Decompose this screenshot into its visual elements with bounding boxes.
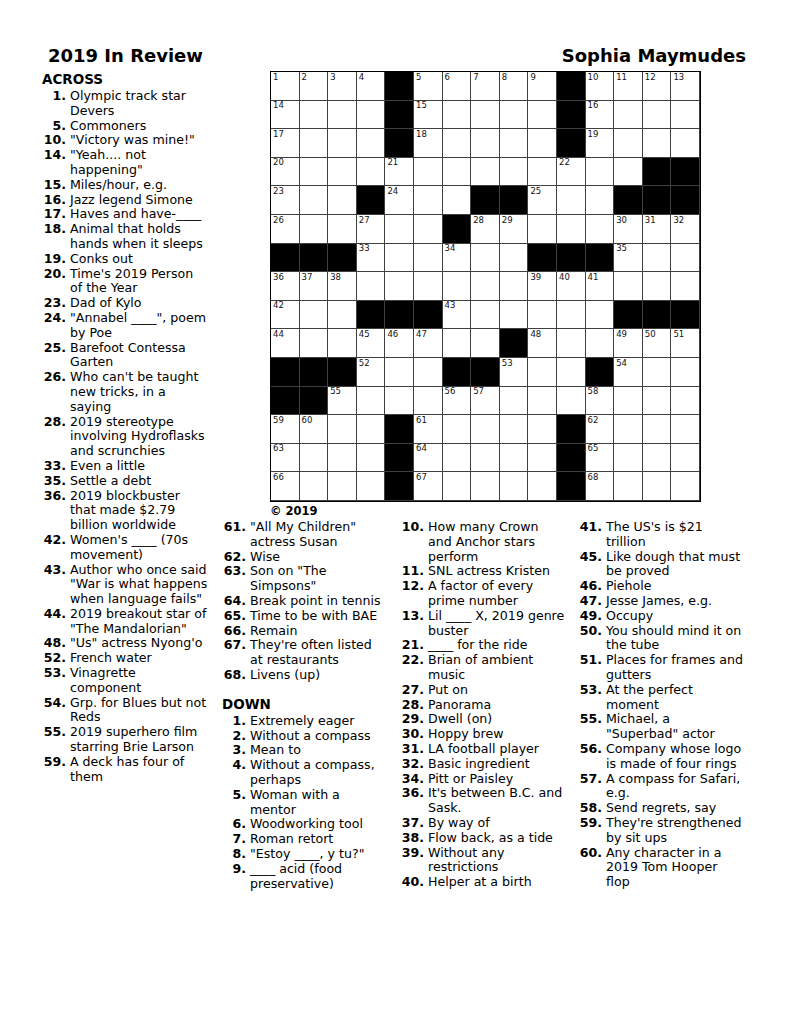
cell-number: 55: [330, 387, 341, 397]
grid-cell[interactable]: [414, 358, 443, 387]
grid-cell[interactable]: [586, 301, 615, 330]
grid-cell[interactable]: [471, 272, 500, 301]
grid-cell[interactable]: [357, 387, 386, 416]
grid-cell[interactable]: [614, 444, 643, 473]
cell-number: 58: [588, 387, 599, 397]
grid-cell[interactable]: [357, 101, 386, 130]
grid-cell[interactable]: [328, 186, 357, 215]
clue-text: It's between B.C. and Sask.: [428, 786, 566, 816]
grid-cell[interactable]: 68: [586, 472, 615, 501]
cell-number: 14: [273, 101, 284, 111]
clue-text: Settle a debt: [70, 474, 208, 489]
cell-number: 23: [273, 187, 284, 197]
clue-number: 55.: [578, 712, 606, 727]
clue-text: Without a compass: [250, 729, 388, 744]
grid-cell[interactable]: [300, 186, 329, 215]
across-clue-18: 18.Animal that holds hands when it sleep…: [42, 222, 212, 252]
cell-number: 48: [530, 330, 541, 340]
grid-cell[interactable]: 38: [328, 272, 357, 301]
cell-number: 11: [616, 73, 627, 83]
grid-cell[interactable]: [300, 215, 329, 244]
clue-list-spacer: [222, 683, 392, 696]
clue-text: Places for frames and gutters: [606, 653, 744, 683]
cell-number: 37: [302, 273, 313, 283]
grid-cell[interactable]: 62: [586, 415, 615, 444]
grid-cell[interactable]: [443, 472, 472, 501]
clue-text: They're strengthened by sit ups: [606, 816, 744, 846]
grid-cell[interactable]: 20: [271, 158, 300, 187]
clue-text: 2019 superhero film starring Brie Larson: [70, 725, 208, 755]
black-cell: [271, 244, 300, 273]
grid-cell[interactable]: [328, 129, 357, 158]
grid-cell[interactable]: 22: [557, 158, 586, 187]
grid-cell[interactable]: [414, 387, 443, 416]
black-cell: [357, 301, 386, 330]
clue-text: SNL actress Kristen: [428, 564, 566, 579]
grid-cell[interactable]: 41: [586, 272, 615, 301]
clue-number: 14.: [42, 148, 70, 163]
grid-cell[interactable]: [671, 415, 700, 444]
clue-text: Animal that holds hands when it sleeps: [70, 222, 208, 252]
black-cell: [328, 244, 357, 273]
grid-cell[interactable]: [643, 472, 672, 501]
grid-cell[interactable]: 10: [586, 72, 615, 101]
puzzle-author: Sophia Maymudes: [510, 45, 746, 66]
down-clue-50: 50.You should mind it on the tube: [578, 624, 748, 654]
grid-cell[interactable]: [357, 129, 386, 158]
black-cell: [586, 358, 615, 387]
down-clue-34: 34.Pitt or Paisley: [400, 772, 570, 787]
grid-cell[interactable]: 61: [414, 415, 443, 444]
grid-cell[interactable]: [528, 387, 557, 416]
down-clue-12: 12.A factor of every prime number: [400, 579, 570, 609]
grid-cell[interactable]: [500, 101, 529, 130]
grid-cell[interactable]: [385, 387, 414, 416]
grid-cell[interactable]: 54: [614, 358, 643, 387]
grid-cell[interactable]: 1: [271, 72, 300, 101]
across-clue-19: 19.Conks out: [42, 252, 212, 267]
grid-cell[interactable]: [443, 101, 472, 130]
grid-cell[interactable]: 3: [328, 72, 357, 101]
grid-cell[interactable]: [614, 415, 643, 444]
grid-cell[interactable]: [557, 358, 586, 387]
grid-cell[interactable]: 59: [271, 415, 300, 444]
grid-cell[interactable]: 36: [271, 272, 300, 301]
down-clue-8: 8."Estoy ____, y tu?": [222, 847, 392, 862]
grid-cell[interactable]: [357, 158, 386, 187]
clue-text: Barefoot Contessa Garten: [70, 341, 208, 371]
grid-cell[interactable]: [443, 415, 472, 444]
cell-number: 13: [673, 73, 684, 83]
grid-cell[interactable]: 6: [443, 72, 472, 101]
grid-cell[interactable]: [643, 444, 672, 473]
down-clue-1: 1.Extremely eager: [222, 714, 392, 729]
grid-cell[interactable]: [414, 186, 443, 215]
black-cell: [557, 415, 586, 444]
grid-cell[interactable]: 44: [271, 329, 300, 358]
grid-cell[interactable]: 43: [443, 301, 472, 330]
across-clue-10: 10."Victory was mine!": [42, 133, 212, 148]
grid-cell[interactable]: [614, 101, 643, 130]
grid-cell[interactable]: 14: [271, 101, 300, 130]
grid-cell[interactable]: [471, 129, 500, 158]
clue-text: Time's 2019 Person of the Year: [70, 267, 208, 297]
grid-cell[interactable]: [643, 272, 672, 301]
grid-cell[interactable]: 50: [643, 329, 672, 358]
cell-number: 46: [387, 330, 398, 340]
grid-cell[interactable]: 17: [271, 129, 300, 158]
across-clue-24: 24."Annabel ____", poem by Poe: [42, 311, 212, 341]
cell-number: 33: [359, 244, 370, 254]
grid-cell[interactable]: [328, 444, 357, 473]
cell-number: 35: [616, 244, 627, 254]
grid-cell[interactable]: [557, 387, 586, 416]
black-cell: [643, 301, 672, 330]
down-clue-27: 27.Put on: [400, 683, 570, 698]
grid-cell[interactable]: [471, 301, 500, 330]
clue-text: Vinagrette component: [70, 666, 208, 696]
clue-number: 43.: [42, 563, 70, 578]
grid-cell[interactable]: [500, 301, 529, 330]
clue-number: 65.: [222, 609, 250, 624]
grid-cell[interactable]: [528, 444, 557, 473]
down-clue-21: 21.____ for the ride: [400, 638, 570, 653]
grid-cell[interactable]: [643, 101, 672, 130]
grid-cell[interactable]: [414, 244, 443, 273]
black-cell: [471, 186, 500, 215]
grid-cell[interactable]: [528, 415, 557, 444]
grid-cell[interactable]: 31: [643, 215, 672, 244]
grid-cell[interactable]: [328, 215, 357, 244]
clue-number: 51.: [578, 653, 606, 668]
clue-text: Like dough that must be proved: [606, 550, 744, 580]
grid-cell[interactable]: 60: [300, 415, 329, 444]
grid-cell[interactable]: [357, 272, 386, 301]
clue-text: How many Crown and Anchor stars perform: [428, 520, 566, 564]
grid-cell[interactable]: 25: [528, 186, 557, 215]
clue-number: 58.: [578, 801, 606, 816]
grid-cell[interactable]: [357, 472, 386, 501]
clue-number: 4.: [222, 758, 250, 773]
grid-cell[interactable]: [500, 387, 529, 416]
black-cell: [300, 387, 329, 416]
clue-number: 23.: [42, 296, 70, 311]
grid-cell[interactable]: [586, 329, 615, 358]
clue-column-down-1: 10.How many Crown and Anchor stars perfo…: [400, 520, 570, 890]
clue-text: LA football player: [428, 742, 566, 757]
grid-cell[interactable]: 32: [671, 215, 700, 244]
grid-cell[interactable]: [300, 301, 329, 330]
grid-cell[interactable]: 52: [357, 358, 386, 387]
grid-cell[interactable]: [557, 186, 586, 215]
clue-text: Without any restrictions: [428, 846, 566, 876]
grid-cell[interactable]: 63: [271, 444, 300, 473]
grid-cell[interactable]: 24: [385, 186, 414, 215]
cell-number: 59: [273, 416, 284, 426]
grid-cell[interactable]: [471, 444, 500, 473]
grid-cell[interactable]: 47: [414, 329, 443, 358]
grid-cell[interactable]: [443, 158, 472, 187]
clue-number: 41.: [578, 520, 606, 535]
grid-cell[interactable]: [671, 472, 700, 501]
cell-number: 36: [273, 273, 284, 283]
grid-cell[interactable]: 57: [471, 387, 500, 416]
grid-cell[interactable]: [471, 101, 500, 130]
grid-cell[interactable]: [385, 244, 414, 273]
cell-number: 64: [416, 444, 427, 454]
clue-number: 13.: [400, 609, 428, 624]
clue-number: 12.: [400, 579, 428, 594]
grid-cell[interactable]: [643, 129, 672, 158]
grid-cell[interactable]: [671, 387, 700, 416]
grid-cell[interactable]: [471, 244, 500, 273]
clue-number: 57.: [578, 772, 606, 787]
grid-cell[interactable]: [671, 272, 700, 301]
grid-cell[interactable]: [443, 444, 472, 473]
down-clue-30: 30.Hoppy brew: [400, 727, 570, 742]
across-clue-23: 23.Dad of Kylo: [42, 296, 212, 311]
clue-text: Livens (up): [250, 668, 388, 683]
grid-cell[interactable]: [614, 387, 643, 416]
grid-cell[interactable]: [443, 272, 472, 301]
grid-cell[interactable]: 12: [643, 72, 672, 101]
grid-cell[interactable]: [471, 158, 500, 187]
down-clue-46: 46.Piehole: [578, 579, 748, 594]
grid-cell[interactable]: [300, 158, 329, 187]
grid-cell[interactable]: [528, 358, 557, 387]
grid-cell[interactable]: [443, 329, 472, 358]
across-clue-48: 48."Us" actress Nyong'o: [42, 636, 212, 651]
black-cell: [557, 129, 586, 158]
grid-cell[interactable]: [500, 129, 529, 158]
grid-cell[interactable]: 28: [471, 215, 500, 244]
clue-text: Woman with a mentor: [250, 788, 388, 818]
clue-text: Dad of Kylo: [70, 296, 208, 311]
grid-cell[interactable]: [557, 301, 586, 330]
grid-cell[interactable]: 33: [357, 244, 386, 273]
grid-cell[interactable]: [328, 158, 357, 187]
grid-cell[interactable]: 8: [500, 72, 529, 101]
cell-number: 60: [302, 416, 313, 426]
grid-cell[interactable]: 66: [271, 472, 300, 501]
grid-cell[interactable]: [414, 215, 443, 244]
grid-cell[interactable]: [328, 472, 357, 501]
grid-cell[interactable]: 21: [385, 158, 414, 187]
grid-cell[interactable]: 26: [271, 215, 300, 244]
grid-cell[interactable]: [671, 129, 700, 158]
clue-text: 2019 blockbuster that made $2.79 billion…: [70, 489, 208, 533]
across-clue-63: 63.Son on "The Simpsons": [222, 564, 392, 594]
grid-cell[interactable]: [300, 101, 329, 130]
grid-cell[interactable]: [500, 444, 529, 473]
clue-text: They're often listed at restaurants: [250, 638, 388, 668]
clue-number: 3.: [222, 743, 250, 758]
clue-number: 15.: [42, 178, 70, 193]
grid-cell[interactable]: 67: [414, 472, 443, 501]
grid-cell[interactable]: 30: [614, 215, 643, 244]
down-clue-4: 4.Without a compass, perhaps: [222, 758, 392, 788]
grid-cell[interactable]: 64: [414, 444, 443, 473]
grid-cell[interactable]: 27: [357, 215, 386, 244]
grid-cell[interactable]: [614, 158, 643, 187]
grid-cell[interactable]: 7: [471, 72, 500, 101]
across-clue-20: 20.Time's 2019 Person of the Year: [42, 267, 212, 297]
clue-number: 21.: [400, 638, 428, 653]
clue-text: Conks out: [70, 252, 208, 267]
clue-number: 30.: [400, 727, 428, 742]
clue-number: 17.: [42, 207, 70, 222]
grid-cell[interactable]: 46: [385, 329, 414, 358]
grid-cell[interactable]: [385, 272, 414, 301]
clue-text: Miles/hour, e.g.: [70, 178, 208, 193]
clue-number: 10.: [400, 520, 428, 535]
grid-cell[interactable]: [614, 472, 643, 501]
grid-cell[interactable]: 5: [414, 72, 443, 101]
grid-cell[interactable]: [357, 415, 386, 444]
across-clue-62: 62.Wise: [222, 550, 392, 565]
grid-cell[interactable]: 58: [586, 387, 615, 416]
grid-cell[interactable]: [328, 101, 357, 130]
grid-cell[interactable]: [557, 329, 586, 358]
grid-cell[interactable]: [643, 244, 672, 273]
grid-cell[interactable]: 55: [328, 387, 357, 416]
grid-cell[interactable]: 53: [500, 358, 529, 387]
grid-cell[interactable]: [671, 101, 700, 130]
grid-cell[interactable]: [328, 415, 357, 444]
grid-cell[interactable]: [357, 444, 386, 473]
clue-number: 48.: [42, 636, 70, 651]
black-cell: [357, 186, 386, 215]
grid-cell[interactable]: [500, 158, 529, 187]
grid-cell[interactable]: 34: [443, 244, 472, 273]
black-cell: [300, 358, 329, 387]
clue-text: A deck has four of them: [70, 755, 208, 785]
grid-cell[interactable]: [528, 301, 557, 330]
grid-cell[interactable]: [385, 358, 414, 387]
grid-cell[interactable]: [328, 329, 357, 358]
clue-text: 2019 stereotype involving Hydroflasks an…: [70, 415, 208, 459]
grid-cell[interactable]: [614, 272, 643, 301]
clue-number: 10.: [42, 133, 70, 148]
grid-cell[interactable]: [528, 158, 557, 187]
grid-cell[interactable]: 49: [614, 329, 643, 358]
grid-cell[interactable]: [500, 244, 529, 273]
grid-cell[interactable]: [328, 301, 357, 330]
grid-cell[interactable]: 13: [671, 72, 700, 101]
clue-number: 29.: [400, 712, 428, 727]
clue-text: Hoppy brew: [428, 727, 566, 742]
grid-cell[interactable]: [300, 472, 329, 501]
grid-cell[interactable]: 42: [271, 301, 300, 330]
across-clue-17: 17.Haves and have-____: [42, 207, 212, 222]
grid-cell[interactable]: [500, 472, 529, 501]
across-clue-42: 42.Women's ____ (70s movement): [42, 533, 212, 563]
grid-cell[interactable]: [643, 387, 672, 416]
clue-text: Without a compass, perhaps: [250, 758, 388, 788]
grid-cell[interactable]: [385, 215, 414, 244]
clue-text: Helper at a birth: [428, 875, 566, 890]
grid-cell[interactable]: [528, 215, 557, 244]
down-clue-51: 51.Places for frames and gutters: [578, 653, 748, 683]
clue-text: Grp. for Blues but not Reds: [70, 696, 208, 726]
grid-cell[interactable]: 11: [614, 72, 643, 101]
clue-text: Send regrets, say: [606, 801, 744, 816]
cell-number: 22: [559, 158, 570, 168]
cell-number: 7: [473, 73, 478, 83]
grid-cell[interactable]: [557, 215, 586, 244]
grid-cell[interactable]: [443, 186, 472, 215]
cell-number: 39: [530, 273, 541, 283]
grid-cell[interactable]: [414, 272, 443, 301]
grid-cell[interactable]: 19: [586, 129, 615, 158]
clue-text: "Us" actress Nyong'o: [70, 636, 208, 651]
grid-cell[interactable]: 56: [443, 387, 472, 416]
grid-cell[interactable]: [300, 329, 329, 358]
grid-cell[interactable]: [586, 215, 615, 244]
grid-cell[interactable]: [643, 415, 672, 444]
grid-cell[interactable]: [671, 444, 700, 473]
grid-cell[interactable]: [671, 244, 700, 273]
grid-cell[interactable]: [414, 158, 443, 187]
grid-cell[interactable]: 48: [528, 329, 557, 358]
grid-cell[interactable]: 40: [557, 272, 586, 301]
grid-cell[interactable]: [528, 129, 557, 158]
clue-text: Mean to: [250, 743, 388, 758]
grid-cell[interactable]: [586, 186, 615, 215]
clue-text: Extremely eager: [250, 714, 388, 729]
grid-cell[interactable]: [614, 129, 643, 158]
down-clue-55: 55.Michael, a "Superbad" actor: [578, 712, 748, 742]
grid-cell[interactable]: [443, 129, 472, 158]
grid-cell[interactable]: 16: [586, 101, 615, 130]
grid-cell[interactable]: 65: [586, 444, 615, 473]
grid-cell[interactable]: 35: [614, 244, 643, 273]
grid-cell[interactable]: [586, 158, 615, 187]
grid-cell[interactable]: [300, 444, 329, 473]
grid-cell[interactable]: [643, 358, 672, 387]
black-cell: [385, 129, 414, 158]
clue-text: Lil ____ X, 2019 genre buster: [428, 609, 566, 639]
grid-cell[interactable]: [671, 358, 700, 387]
grid-cell[interactable]: 4: [357, 72, 386, 101]
grid-cell[interactable]: [471, 472, 500, 501]
grid-cell[interactable]: 29: [500, 215, 529, 244]
grid-cell[interactable]: [500, 415, 529, 444]
black-cell: [385, 472, 414, 501]
grid-cell[interactable]: 51: [671, 329, 700, 358]
grid-cell[interactable]: 9: [528, 72, 557, 101]
grid-cell[interactable]: 39: [528, 272, 557, 301]
grid-cell[interactable]: [528, 101, 557, 130]
grid-cell[interactable]: [528, 472, 557, 501]
cell-number: 31: [645, 216, 656, 226]
grid-cell[interactable]: 37: [300, 272, 329, 301]
grid-cell[interactable]: [300, 129, 329, 158]
across-clue-68: 68.Livens (up): [222, 668, 392, 683]
grid-cell[interactable]: [471, 329, 500, 358]
grid-cell[interactable]: 2: [300, 72, 329, 101]
grid-cell[interactable]: 15: [414, 101, 443, 130]
clue-number: 39.: [400, 846, 428, 861]
grid-cell[interactable]: 23: [271, 186, 300, 215]
clue-text: ____ for the ride: [428, 638, 566, 653]
grid-cell[interactable]: [500, 272, 529, 301]
clue-text: The US's is $21 trillion: [606, 520, 744, 550]
grid-cell[interactable]: [471, 415, 500, 444]
grid-cell[interactable]: 18: [414, 129, 443, 158]
clue-text: Break point in tennis: [250, 594, 388, 609]
grid-cell[interactable]: 45: [357, 329, 386, 358]
